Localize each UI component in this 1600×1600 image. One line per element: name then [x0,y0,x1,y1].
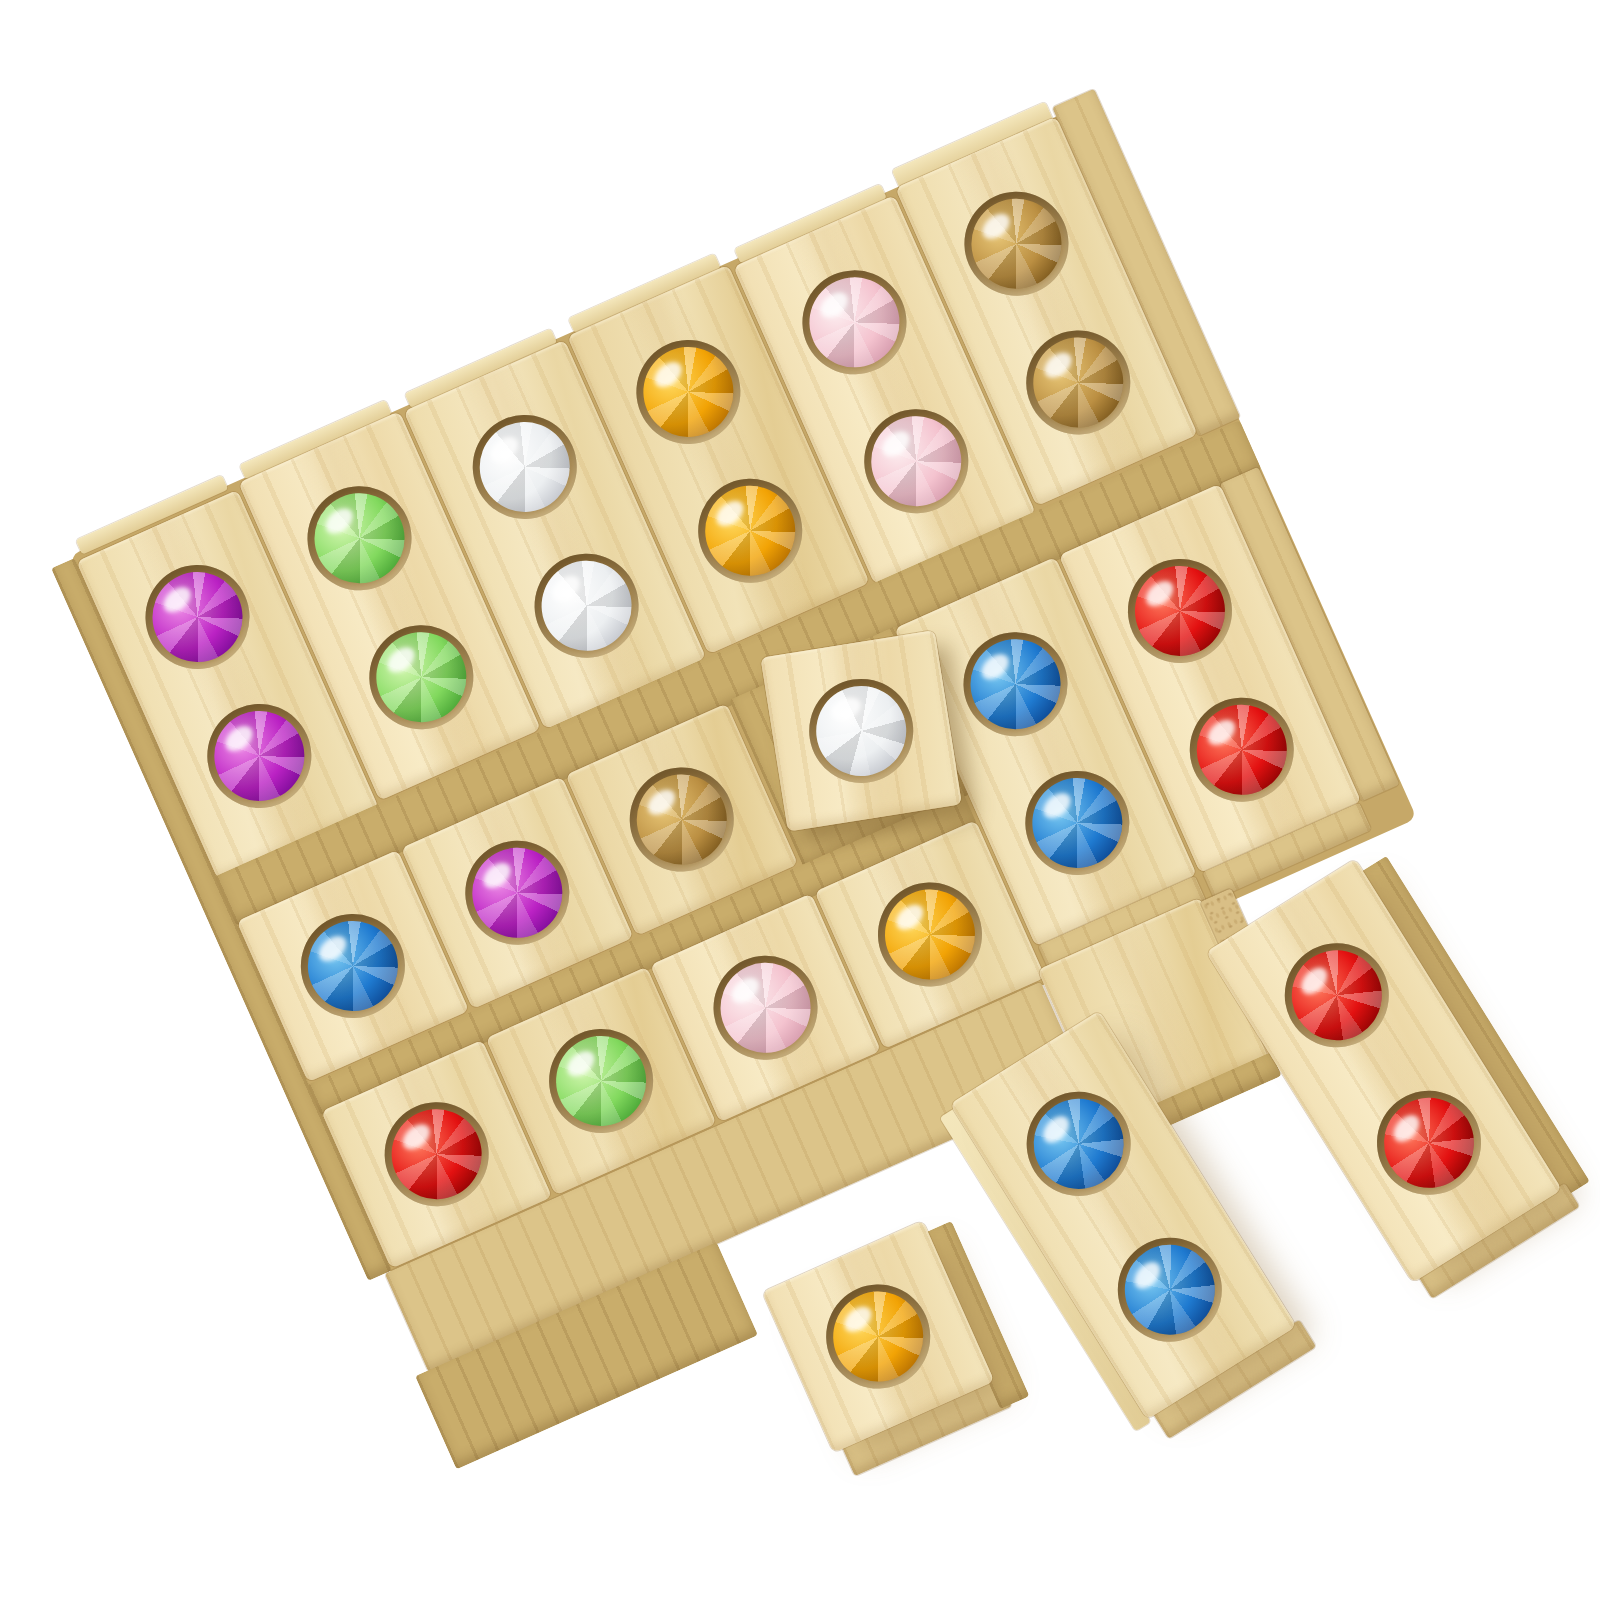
gem-hole [948,175,1085,312]
gem-gold [629,333,748,452]
gem-hole [1357,1071,1500,1214]
gem-blue [1018,764,1137,883]
gem-hole [284,897,421,1034]
gem-hole [1009,754,1146,891]
square-white-1-askew [761,630,962,831]
gem-hole [129,548,266,685]
gem-blue [1017,1082,1141,1206]
gem-hole [1265,924,1408,1067]
gem-white [465,408,584,527]
gem-amber [1019,323,1138,442]
gem-gold [819,1277,938,1396]
gem-hole [532,1012,669,1149]
gem-pink [795,263,914,382]
gem-purple [458,833,577,952]
gem-hole [1173,681,1310,818]
gem-hole [518,537,655,674]
gem-pink [706,948,825,1067]
gem-white [527,546,646,665]
gem-gold [691,471,810,590]
gem-red [1275,933,1399,1057]
gem-purple [138,558,257,677]
gem-white [810,679,913,782]
photo-canvas [0,0,1600,1600]
gem-purple [200,696,319,815]
gem-hole [613,751,750,888]
gem-hole [368,1086,505,1223]
gem-blue [1108,1228,1232,1352]
gem-hole [1010,314,1147,451]
gem-hole [291,470,428,607]
gem-hole [861,866,998,1003]
gem-green [362,618,481,737]
gem-hole [620,323,757,460]
gem-hole [810,1268,947,1405]
gem-red [377,1095,496,1214]
gem-pink [857,402,976,521]
gem-green [542,1022,661,1141]
gem-hole [947,615,1084,752]
gem-blue [293,907,412,1026]
gem-hole [1098,1218,1241,1361]
gem-gold [871,875,990,994]
gem-red [1367,1081,1491,1205]
gem-hole [353,609,490,746]
gem-hole [802,671,921,790]
gem-hole [786,254,923,391]
gem-hole [1111,542,1248,679]
gem-hole [848,393,985,530]
gem-red [1182,690,1301,809]
gem-hole [456,398,593,535]
gem-hole [682,462,819,599]
gem-hole [449,824,586,961]
gem-hole [1007,1072,1150,1215]
gem-amber [957,184,1076,303]
gem-green [300,479,419,598]
gem-amber [622,760,741,879]
gem-hole [191,687,328,824]
gem-blue [956,625,1075,744]
gem-hole [697,939,834,1076]
gem-red [1121,552,1240,671]
